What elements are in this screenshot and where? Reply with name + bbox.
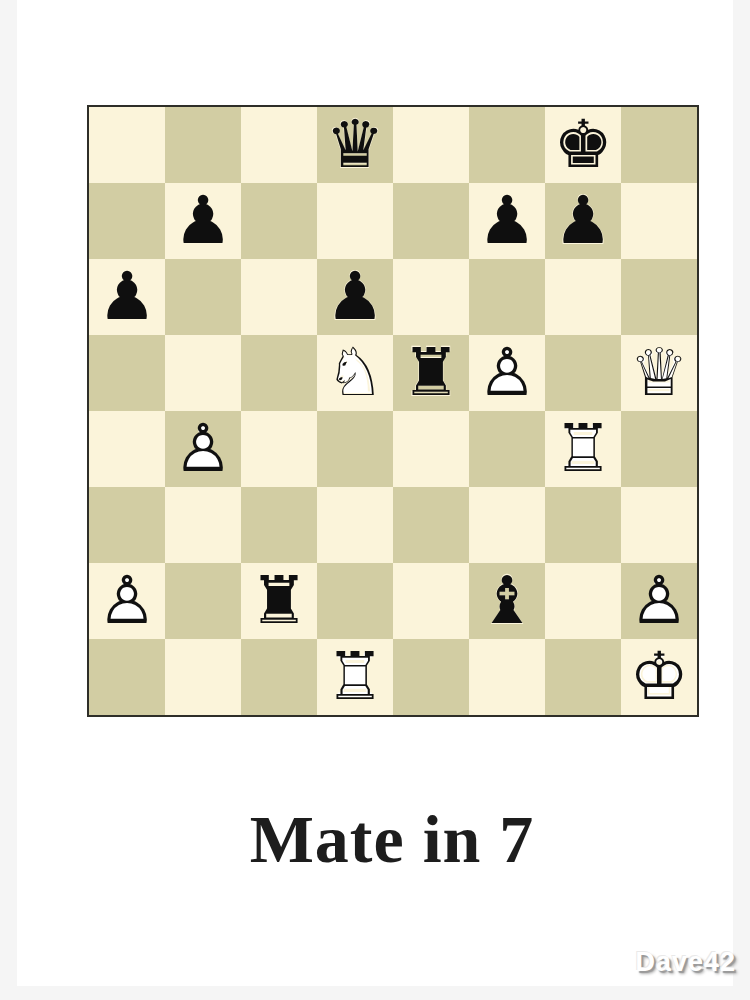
square-c4	[241, 411, 317, 487]
piece-black-bishop-f2: ♝♝	[469, 563, 545, 639]
square-g6	[545, 259, 621, 335]
square-f5: ♟♙	[469, 335, 545, 411]
square-a3	[89, 487, 165, 563]
square-h6	[621, 259, 697, 335]
square-c3	[241, 487, 317, 563]
square-e3	[393, 487, 469, 563]
square-h3	[621, 487, 697, 563]
piece-white-pawn-f5: ♟♙	[469, 335, 545, 411]
piece-glyph: ♛	[317, 107, 393, 183]
square-h4	[621, 411, 697, 487]
square-h2: ♟♙	[621, 563, 697, 639]
square-c6	[241, 259, 317, 335]
square-b8	[165, 107, 241, 183]
square-a6: ♟♟	[89, 259, 165, 335]
square-c1	[241, 639, 317, 715]
square-a2: ♟♙	[89, 563, 165, 639]
square-g7: ♟♟	[545, 183, 621, 259]
piece-black-rook-c2: ♜♜	[241, 563, 317, 639]
square-g3	[545, 487, 621, 563]
square-f8	[469, 107, 545, 183]
square-f4	[469, 411, 545, 487]
square-d2	[317, 563, 393, 639]
piece-glyph: ♟	[545, 183, 621, 259]
puzzle-title: Mate in 7	[17, 800, 750, 879]
square-e6	[393, 259, 469, 335]
square-b7: ♟♟	[165, 183, 241, 259]
piece-white-pawn-b4: ♟♙	[165, 411, 241, 487]
piece-glyph: ♟	[469, 183, 545, 259]
piece-glyph: ♕	[621, 335, 697, 411]
piece-black-pawn-f7: ♟♟	[469, 183, 545, 259]
square-g2	[545, 563, 621, 639]
square-d3	[317, 487, 393, 563]
piece-glyph: ♘	[317, 335, 393, 411]
piece-glyph: ♟	[317, 259, 393, 335]
piece-glyph: ♙	[165, 411, 241, 487]
square-g4: ♜♖	[545, 411, 621, 487]
square-h8	[621, 107, 697, 183]
square-d7	[317, 183, 393, 259]
piece-glyph: ♟	[165, 183, 241, 259]
watermark: Dave42	[635, 947, 736, 978]
piece-white-rook-d1: ♜♖	[317, 639, 393, 715]
square-d4	[317, 411, 393, 487]
piece-white-queen-h5: ♛♕	[621, 335, 697, 411]
square-f1	[469, 639, 545, 715]
square-h1: ♚♔	[621, 639, 697, 715]
square-a5	[89, 335, 165, 411]
piece-glyph: ♖	[545, 411, 621, 487]
square-d1: ♜♖	[317, 639, 393, 715]
square-b2	[165, 563, 241, 639]
piece-white-king-h1: ♚♔	[621, 639, 697, 715]
square-b3	[165, 487, 241, 563]
piece-glyph: ♙	[89, 563, 165, 639]
square-e8	[393, 107, 469, 183]
square-e1	[393, 639, 469, 715]
square-a1	[89, 639, 165, 715]
piece-glyph: ♝	[469, 563, 545, 639]
piece-black-pawn-a6: ♟♟	[89, 259, 165, 335]
square-b4: ♟♙	[165, 411, 241, 487]
piece-glyph: ♙	[469, 335, 545, 411]
square-g8: ♚♚	[545, 107, 621, 183]
square-f6	[469, 259, 545, 335]
square-d8: ♛♛	[317, 107, 393, 183]
piece-black-pawn-d6: ♟♟	[317, 259, 393, 335]
piece-white-pawn-a2: ♟♙	[89, 563, 165, 639]
piece-black-queen-d8: ♛♛	[317, 107, 393, 183]
piece-white-pawn-h2: ♟♙	[621, 563, 697, 639]
square-f3	[469, 487, 545, 563]
piece-glyph: ♜	[393, 335, 469, 411]
square-b1	[165, 639, 241, 715]
square-f7: ♟♟	[469, 183, 545, 259]
piece-glyph: ♟	[89, 259, 165, 335]
square-e7	[393, 183, 469, 259]
square-a8	[89, 107, 165, 183]
artwork-card: ♛♛♚♚♟♟♟♟♟♟♟♟♟♟♞♘♜♜♟♙♛♕♟♙♜♖♟♙♜♜♝♝♟♙♜♖♚♔ M…	[17, 0, 733, 986]
square-e4	[393, 411, 469, 487]
square-a7	[89, 183, 165, 259]
square-e5: ♜♜	[393, 335, 469, 411]
piece-glyph: ♜	[241, 563, 317, 639]
square-c2: ♜♜	[241, 563, 317, 639]
square-c8	[241, 107, 317, 183]
square-h5: ♛♕	[621, 335, 697, 411]
square-c5	[241, 335, 317, 411]
piece-glyph: ♔	[621, 639, 697, 715]
square-f2: ♝♝	[469, 563, 545, 639]
square-b5	[165, 335, 241, 411]
square-h7	[621, 183, 697, 259]
square-e2	[393, 563, 469, 639]
page-background: ♛♛♚♚♟♟♟♟♟♟♟♟♟♟♞♘♜♜♟♙♛♕♟♙♜♖♟♙♜♜♝♝♟♙♜♖♚♔ M…	[0, 0, 750, 1000]
piece-glyph: ♙	[621, 563, 697, 639]
piece-glyph: ♚	[545, 107, 621, 183]
piece-black-pawn-b7: ♟♟	[165, 183, 241, 259]
piece-white-rook-g4: ♜♖	[545, 411, 621, 487]
piece-black-pawn-g7: ♟♟	[545, 183, 621, 259]
square-a4	[89, 411, 165, 487]
piece-glyph: ♖	[317, 639, 393, 715]
piece-white-knight-d5: ♞♘	[317, 335, 393, 411]
piece-black-rook-e5: ♜♜	[393, 335, 469, 411]
piece-black-king-g8: ♚♚	[545, 107, 621, 183]
square-c7	[241, 183, 317, 259]
square-d6: ♟♟	[317, 259, 393, 335]
square-d5: ♞♘	[317, 335, 393, 411]
chess-board: ♛♛♚♚♟♟♟♟♟♟♟♟♟♟♞♘♜♜♟♙♛♕♟♙♜♖♟♙♜♜♝♝♟♙♜♖♚♔	[87, 105, 699, 717]
square-g5	[545, 335, 621, 411]
square-g1	[545, 639, 621, 715]
square-b6	[165, 259, 241, 335]
